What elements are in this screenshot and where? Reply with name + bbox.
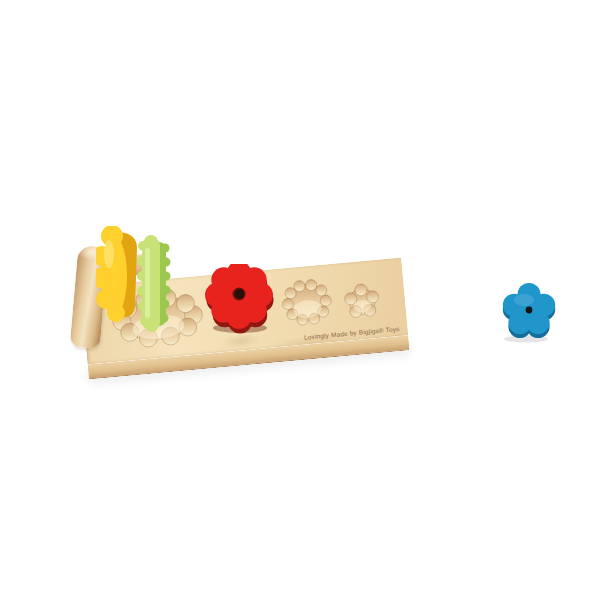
yellow-flower-highlight — [104, 240, 114, 268]
flower-recess-medium — [278, 275, 336, 330]
blue-flower-hole — [526, 307, 533, 314]
red-flower-hole — [235, 289, 245, 299]
blue-flower-highlight — [514, 294, 534, 306]
flower-recess-small — [341, 282, 382, 321]
product-photo: Lovingly Made by Bigjigs® Toys — [0, 0, 600, 600]
green-flower-piece — [136, 234, 176, 334]
red-flower-piece — [202, 264, 276, 336]
blue-flower-piece — [498, 282, 560, 344]
green-flower-highlight — [145, 248, 150, 318]
